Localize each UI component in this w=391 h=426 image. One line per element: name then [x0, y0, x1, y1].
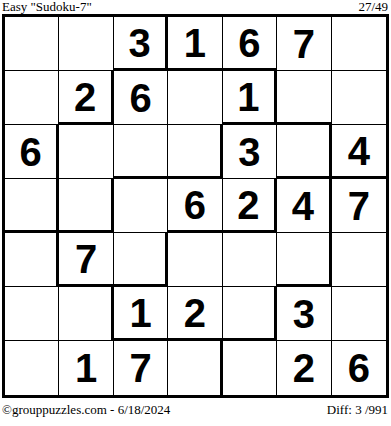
given-digit: 4 [292, 186, 314, 226]
cell-r4c7: 7 [332, 179, 386, 233]
cell-r1c2 [59, 17, 113, 71]
cell-r3c5: 3 [223, 125, 277, 179]
header: Easy "Sudoku-7" 27/49 [2, 0, 388, 13]
cell-r5c2: 7 [59, 233, 113, 287]
cell-r6c1 [5, 287, 59, 341]
cell-r5c4 [168, 233, 222, 287]
cell-r2c3: 6 [114, 71, 168, 125]
given-digit: 1 [129, 293, 151, 333]
progress-counter: 27/49 [358, 0, 388, 13]
cell-r1c1 [5, 17, 59, 71]
given-digit: 2 [184, 293, 206, 333]
difficulty-text: Diff: 3 /991 [327, 403, 388, 417]
cell-r3c2 [59, 125, 113, 179]
cell-r2c7 [332, 71, 386, 125]
given-digit: 6 [348, 348, 370, 388]
puzzle-title: Easy "Sudoku-7" [2, 0, 92, 13]
cell-r3c3 [114, 125, 168, 179]
cell-r4c1 [5, 179, 59, 233]
cell-r7c4 [168, 341, 222, 395]
cell-r5c1 [5, 233, 59, 287]
cell-r4c3 [114, 179, 168, 233]
cell-r7c3: 7 [114, 341, 168, 395]
cell-r6c6: 3 [277, 287, 331, 341]
cell-r6c4: 2 [168, 287, 222, 341]
cell-r7c7: 6 [332, 341, 386, 395]
cell-r4c6: 4 [277, 179, 331, 233]
given-digit: 6 [184, 185, 206, 225]
cell-r2c1 [5, 71, 59, 125]
given-digit: 3 [128, 23, 150, 63]
given-digit: 6 [20, 132, 42, 172]
cell-r7c1 [5, 341, 59, 395]
given-digit: 2 [74, 77, 96, 117]
cell-r2c5: 1 [223, 71, 277, 125]
cell-r6c2 [59, 287, 113, 341]
given-digit: 7 [293, 24, 315, 64]
given-digit: 1 [184, 23, 206, 63]
given-digit: 4 [348, 131, 370, 171]
cell-r6c3: 1 [114, 287, 168, 341]
cell-r1c3: 3 [114, 17, 168, 71]
board: 3167261634624771231726 [2, 14, 389, 398]
cell-r7c6: 2 [277, 341, 331, 395]
cell-r4c2 [59, 179, 113, 233]
cell-r3c4 [168, 125, 222, 179]
given-digit: 7 [75, 239, 97, 279]
cell-r5c7 [332, 233, 386, 287]
given-digit: 7 [129, 348, 151, 388]
cell-r7c5 [223, 341, 277, 395]
given-digit: 2 [293, 348, 315, 388]
cell-r4c5: 2 [223, 179, 277, 233]
cell-r3c1: 6 [5, 125, 59, 179]
given-digit: 2 [237, 185, 259, 225]
cell-r5c5 [223, 233, 277, 287]
cell-r3c6 [277, 125, 331, 179]
cell-r7c2: 1 [59, 341, 113, 395]
cell-r5c6 [277, 233, 331, 287]
given-digit: 1 [75, 348, 97, 388]
given-digit: 3 [238, 132, 260, 172]
puzzle-page: Easy "Sudoku-7" 27/49 316726163462477123… [0, 0, 391, 426]
cell-r6c7 [332, 287, 386, 341]
cell-r1c4: 1 [168, 17, 222, 71]
given-digit: 1 [237, 77, 259, 117]
given-digit: 6 [238, 23, 260, 63]
given-digit: 6 [129, 78, 151, 118]
cell-r3c7: 4 [332, 125, 386, 179]
footer: ©grouppuzzles.com - 6/18/2024 Diff: 3 /9… [2, 403, 388, 419]
cell-r1c6: 7 [277, 17, 331, 71]
copyright-text: ©grouppuzzles.com - 6/18/2024 [2, 403, 170, 417]
cell-r2c6 [277, 71, 331, 125]
cell-r6c5 [223, 287, 277, 341]
given-digit: 3 [293, 294, 315, 334]
cell-r2c4 [168, 71, 222, 125]
cell-r1c7 [332, 17, 386, 71]
given-digit: 7 [348, 186, 370, 226]
cell-r2c2: 2 [59, 71, 113, 125]
cell-r1c5: 6 [223, 17, 277, 71]
cell-r5c3 [114, 233, 168, 287]
cell-r4c4: 6 [168, 179, 222, 233]
